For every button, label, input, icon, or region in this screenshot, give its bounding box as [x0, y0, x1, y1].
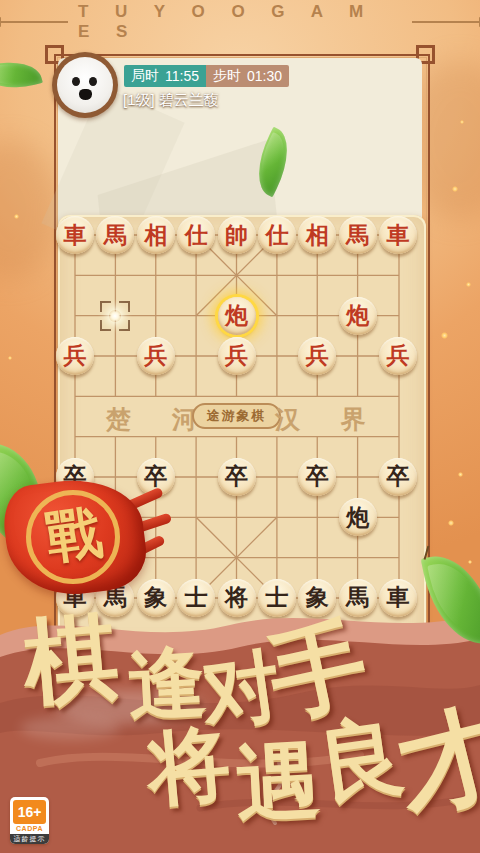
sparkle-icon: [109, 310, 121, 322]
move-timer-value: 01:30: [247, 68, 282, 84]
sparkle-dot: [441, 332, 448, 339]
board-piece-black-卒[interactable]: 卒: [218, 458, 256, 496]
sparkle-dot: [448, 520, 454, 526]
app-screen: T U Y O O G A M E S 局时 11:55 步时 01:30 [1…: [0, 0, 480, 853]
slogan-character: 逢: [126, 642, 208, 724]
board-piece-red-相[interactable]: 相: [137, 216, 175, 254]
move-timer: 步时 01:30: [206, 65, 289, 87]
board-piece-black-卒[interactable]: 卒: [298, 458, 336, 496]
app-logo-badge: 途游象棋: [192, 403, 281, 429]
player-avatar[interactable]: [52, 52, 118, 118]
board-piece-red-兵[interactable]: 兵: [137, 337, 175, 375]
slogan-character: 遇: [234, 738, 322, 826]
age-caption: 适龄提示: [10, 834, 49, 844]
sparkle-dot: [14, 214, 19, 219]
age-rating-badge: 16+ CADPA 适龄提示: [10, 797, 49, 844]
sparkle-dot: [466, 282, 471, 287]
player-name: [1级] 碧云兰馥: [123, 91, 219, 110]
board-piece-black-炮[interactable]: 炮: [339, 498, 377, 536]
board-piece-red-兵[interactable]: 兵: [298, 337, 336, 375]
brand-title: T U Y O O G A M E S: [78, 2, 402, 42]
cadpa-label: CADPA: [10, 825, 49, 832]
last-move-origin-marker: [100, 301, 130, 331]
sparkle-dot: [458, 472, 463, 477]
river-label-han: 汉 界: [275, 403, 382, 436]
board-piece-red-仕[interactable]: 仕: [258, 216, 296, 254]
board-piece-red-炮[interactable]: 炮: [339, 297, 377, 335]
brand-line-left: [0, 21, 68, 23]
game-timer-label: 局时: [131, 67, 159, 85]
age-16-label: 16+: [13, 800, 46, 824]
sparkle-dot: [8, 356, 12, 360]
board-piece-red-兵[interactable]: 兵: [379, 337, 417, 375]
header: T U Y O O G A M E S: [0, 10, 480, 34]
board-piece-red-車[interactable]: 車: [379, 216, 417, 254]
board-piece-red-帥[interactable]: 帥: [218, 216, 256, 254]
slogan-character: 将: [145, 721, 234, 810]
battle-flag: 戰: [4, 474, 176, 606]
game-timer-value: 11:55: [165, 68, 199, 84]
board-piece-red-兵[interactable]: 兵: [56, 337, 94, 375]
brand-line-right: [412, 21, 480, 23]
mist-decoration: [20, 716, 120, 740]
board-piece-red-兵[interactable]: 兵: [218, 337, 256, 375]
flag-battle-character: 戰: [29, 491, 119, 581]
board-piece-black-卒[interactable]: 卒: [379, 458, 417, 496]
sparkle-dot: [460, 120, 464, 124]
sparkle-dot: [468, 560, 472, 564]
board-piece-red-車[interactable]: 車: [56, 216, 94, 254]
sparkle-dot: [452, 186, 458, 192]
timer-bar: 局时 11:55 步时 01:30: [124, 65, 289, 87]
board-piece-red-炮[interactable]: 炮: [218, 297, 256, 335]
board-piece-red-相[interactable]: 相: [298, 216, 336, 254]
move-timer-label: 步时: [213, 67, 241, 85]
board-piece-red-仕[interactable]: 仕: [177, 216, 215, 254]
slogan-character: 棋: [20, 608, 122, 710]
board-piece-red-馬[interactable]: 馬: [339, 216, 377, 254]
avatar-puppy-photo: [57, 57, 113, 113]
game-timer: 局时 11:55: [124, 65, 206, 87]
